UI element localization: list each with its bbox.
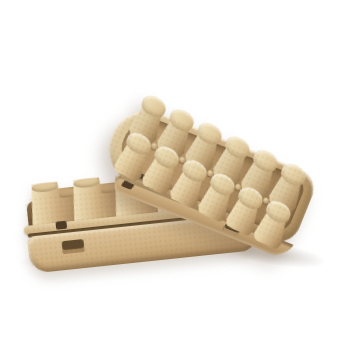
latch-hole: [61, 239, 84, 254]
product-photo-scene: [0, 0, 350, 350]
vent-slot: [55, 221, 67, 230]
